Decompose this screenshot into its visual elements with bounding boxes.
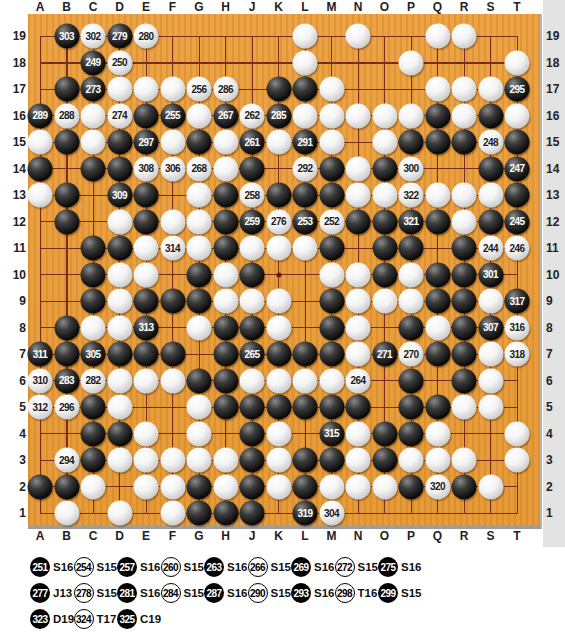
white-stone [293, 236, 318, 261]
caption-entry: 281S16 [117, 583, 161, 603]
caption-entry: 266S15 [248, 557, 292, 577]
column-label-top: A [36, 0, 45, 14]
white-stone [213, 156, 238, 181]
white-stone [240, 368, 265, 393]
row-label-left: 1 [6, 506, 26, 520]
move-number: 279 [112, 31, 127, 41]
move-number: 317 [509, 296, 524, 306]
white-stone-numbered: 268 [187, 156, 212, 181]
white-stone [187, 183, 212, 208]
black-stone [452, 262, 477, 287]
white-stone [213, 474, 238, 499]
white-stone [134, 236, 159, 261]
white-stone [81, 474, 106, 499]
column-label-bottom: B [62, 529, 71, 543]
black-stone-numbered: 273 [81, 77, 106, 102]
row-label-left: 15 [6, 135, 26, 149]
column-label-bottom: N [354, 529, 363, 543]
move-number: 261 [244, 137, 259, 147]
row-label-right: 14 [546, 162, 559, 176]
caption-point: S16 [140, 587, 160, 599]
black-stone [399, 130, 424, 155]
black-stone [213, 501, 238, 526]
column-label-top: C [89, 0, 98, 14]
black-stone [213, 368, 238, 393]
white-stone-numbered: 300 [399, 156, 424, 181]
black-stone [293, 77, 318, 102]
white-stone [266, 421, 291, 446]
black-stone [399, 368, 424, 393]
white-stone [213, 130, 238, 155]
black-stone [240, 421, 265, 446]
white-stone [107, 289, 132, 314]
white-stone [346, 342, 371, 367]
black-move-circle: 263 [204, 557, 224, 577]
black-stone [452, 342, 477, 367]
white-stone [319, 474, 344, 499]
move-number: 308 [138, 164, 153, 174]
move-number: 244 [483, 243, 498, 253]
white-stone [107, 395, 132, 420]
black-stone [187, 262, 212, 287]
white-stone [399, 289, 424, 314]
white-stone [134, 448, 159, 473]
black-stone [240, 448, 265, 473]
black-stone [81, 236, 106, 261]
black-stone [319, 315, 344, 340]
white-stone [81, 130, 106, 155]
move-number: 295 [509, 84, 524, 94]
black-stone [240, 262, 265, 287]
white-stone [28, 183, 53, 208]
black-stone [81, 156, 106, 181]
black-stone [452, 130, 477, 155]
white-stone [478, 77, 503, 102]
white-stone [81, 315, 106, 340]
black-stone-numbered: 261 [240, 130, 265, 155]
white-stone [160, 368, 185, 393]
black-stone [399, 315, 424, 340]
black-stone [240, 501, 265, 526]
black-stone-numbered: 311 [28, 342, 53, 367]
black-stone-numbered: 279 [107, 24, 132, 49]
row-label-right: 7 [546, 347, 553, 361]
white-stone-numbered: 276 [266, 209, 291, 234]
move-number: 264 [350, 376, 365, 386]
column-label-top: S [486, 0, 494, 14]
black-stone [452, 368, 477, 393]
row-label-right: 6 [546, 374, 553, 388]
white-stone [399, 262, 424, 287]
white-stone [505, 103, 530, 128]
row-label-right: 4 [546, 427, 553, 441]
black-stone-numbered: 317 [505, 289, 530, 314]
column-label-bottom: S [486, 529, 494, 543]
black-stone [134, 209, 159, 234]
move-number: 310 [32, 376, 47, 386]
white-stone [160, 77, 185, 102]
white-stone [107, 501, 132, 526]
white-stone [505, 50, 530, 75]
column-label-bottom: O [380, 529, 389, 543]
caption-entry: 277J13 [30, 583, 74, 603]
white-move-circle: 254 [74, 557, 94, 577]
white-stone [425, 77, 450, 102]
black-stone [81, 421, 106, 446]
white-stone-numbered: 322 [399, 183, 424, 208]
move-number: 253 [297, 217, 312, 227]
black-stone [134, 103, 159, 128]
move-number: 273 [85, 84, 100, 94]
white-stone-numbered: 320 [425, 474, 450, 499]
white-stone [107, 77, 132, 102]
black-stone [107, 130, 132, 155]
move-number: 247 [509, 164, 524, 174]
black-stone [505, 183, 530, 208]
row-label-right: 8 [546, 321, 553, 335]
column-label-bottom: E [142, 529, 150, 543]
move-number: 285 [271, 111, 286, 121]
white-stone [452, 395, 477, 420]
white-stone [505, 421, 530, 446]
white-move-circle: 278 [74, 583, 94, 603]
move-number: 250 [112, 58, 127, 68]
black-move-circle: 275 [378, 557, 398, 577]
white-stone [240, 236, 265, 261]
row-label-right: 15 [546, 135, 559, 149]
black-stone-numbered: 291 [293, 130, 318, 155]
white-stone [346, 183, 371, 208]
row-label-right: 2 [546, 480, 553, 494]
white-stone-numbered: 258 [240, 183, 265, 208]
move-number: 306 [165, 164, 180, 174]
caption-entry: 269S16 [291, 557, 335, 577]
white-stone [187, 236, 212, 261]
caption-entry: 254S15 [74, 557, 118, 577]
white-stone [319, 130, 344, 155]
black-stone-numbered: 309 [107, 183, 132, 208]
move-number: 270 [403, 349, 418, 359]
column-label-bottom: A [36, 529, 45, 543]
caption-point: S15 [184, 561, 204, 573]
white-stone [425, 315, 450, 340]
go-diagram: 3033022792802492502732562862952892882742… [0, 0, 565, 636]
caption-point: C19 [140, 613, 161, 625]
black-stone [478, 156, 503, 181]
white-stone [452, 103, 477, 128]
white-stone-numbered: 282 [81, 368, 106, 393]
move-number: 265 [244, 349, 259, 359]
black-stone [346, 395, 371, 420]
column-label-bottom: H [221, 529, 230, 543]
black-stone [319, 183, 344, 208]
white-stone [425, 421, 450, 446]
white-stone [134, 474, 159, 499]
white-stone [266, 236, 291, 261]
black-stone [213, 342, 238, 367]
caption-point: S16 [227, 587, 247, 599]
black-move-circle: 299 [378, 583, 398, 603]
caption-point: S16 [140, 561, 160, 573]
white-stone [107, 448, 132, 473]
move-number: 262 [244, 111, 259, 121]
white-stone [452, 77, 477, 102]
caption-point: T17 [97, 613, 117, 625]
move-number: 245 [509, 217, 524, 227]
column-label-top: H [221, 0, 230, 14]
white-stone [187, 315, 212, 340]
black-stone [213, 315, 238, 340]
move-number: 300 [403, 164, 418, 174]
black-stone [452, 236, 477, 261]
caption-entry: 293S16 [291, 583, 335, 603]
move-number: 259 [244, 217, 259, 227]
move-number: 268 [191, 164, 206, 174]
white-stone-numbered: 250 [107, 50, 132, 75]
column-label-bottom: T [513, 529, 520, 543]
black-stone [213, 209, 238, 234]
move-number: 248 [483, 137, 498, 147]
row-label-left: 8 [6, 321, 26, 335]
black-stone [266, 342, 291, 367]
white-stone [319, 77, 344, 102]
black-stone [293, 448, 318, 473]
row-label-right: 13 [546, 188, 559, 202]
black-stone [28, 156, 53, 181]
white-stone [346, 448, 371, 473]
move-number: 307 [483, 323, 498, 333]
move-number: 315 [324, 429, 339, 439]
black-stone [266, 183, 291, 208]
white-stone-numbered: 294 [54, 448, 79, 473]
black-stone [107, 156, 132, 181]
column-label-bottom: M [327, 529, 337, 543]
black-stone [160, 342, 185, 367]
move-number: 288 [59, 111, 74, 121]
black-stone [213, 183, 238, 208]
white-stone [452, 448, 477, 473]
white-stone [160, 501, 185, 526]
white-stone [160, 130, 185, 155]
white-move-circle: 290 [248, 583, 268, 603]
move-number: 286 [218, 84, 233, 94]
white-stone [372, 289, 397, 314]
column-label-top: L [301, 0, 308, 14]
caption-point: T16 [358, 587, 378, 599]
white-stone [319, 262, 344, 287]
caption-row: 277J13278S15281S16284S15287S16290S15293S… [30, 580, 550, 606]
white-stone [187, 103, 212, 128]
white-stone [478, 183, 503, 208]
white-stone [346, 156, 371, 181]
black-stone-numbered: 259 [240, 209, 265, 234]
black-stone [452, 289, 477, 314]
white-stone-numbered: 286 [213, 77, 238, 102]
move-number: 316 [509, 323, 524, 333]
black-stone [425, 103, 450, 128]
white-stone [478, 289, 503, 314]
white-stone [372, 103, 397, 128]
row-label-left: 9 [6, 294, 26, 308]
caption-point: J13 [53, 587, 72, 599]
black-stone [54, 209, 79, 234]
white-move-circle: 298 [335, 583, 355, 603]
column-label-bottom: K [274, 529, 283, 543]
black-stone-numbered: 303 [54, 24, 79, 49]
black-stone [425, 342, 450, 367]
move-number: 304 [324, 508, 339, 518]
caption-point: S15 [271, 561, 291, 573]
caption-entry: 299S15 [378, 583, 422, 603]
black-stone [372, 448, 397, 473]
row-label-left: 4 [6, 427, 26, 441]
black-stone [372, 209, 397, 234]
white-stone [372, 130, 397, 155]
white-stone [346, 289, 371, 314]
move-number: 320 [430, 482, 445, 492]
row-label-left: 16 [6, 109, 26, 123]
white-stone-numbered: 292 [293, 156, 318, 181]
move-number: 271 [377, 349, 392, 359]
black-stone [81, 395, 106, 420]
white-stone [346, 474, 371, 499]
column-label-top: F [169, 0, 176, 14]
white-stone [478, 368, 503, 393]
white-stone [478, 342, 503, 367]
caption-point: S16 [227, 561, 247, 573]
column-label-bottom: L [301, 529, 308, 543]
black-stone [505, 130, 530, 155]
black-stone [372, 236, 397, 261]
white-stone [187, 421, 212, 446]
caption-row: 251S16254S15257S16260S15263S16266S15269S… [30, 554, 550, 580]
white-stone [107, 368, 132, 393]
white-stone [213, 289, 238, 314]
column-label-top: J [249, 0, 256, 14]
black-stone [107, 342, 132, 367]
caption-point: D19 [53, 613, 74, 625]
white-stone-numbered: 302 [81, 24, 106, 49]
move-number: 252 [324, 217, 339, 227]
move-number: 280 [138, 31, 153, 41]
caption-entry: 287S16 [204, 583, 248, 603]
black-stone [319, 448, 344, 473]
white-stone [372, 183, 397, 208]
black-stone [213, 395, 238, 420]
white-stone [478, 474, 503, 499]
column-label-top: T [513, 0, 520, 14]
caption-point: S16 [314, 587, 334, 599]
black-stone-numbered: 267 [213, 103, 238, 128]
caption-entry: 278S15 [74, 583, 118, 603]
go-board: 3033022792802492502732562862952892882742… [28, 14, 542, 529]
black-stone [346, 209, 371, 234]
white-move-circle: 272 [335, 557, 355, 577]
move-number: 301 [483, 270, 498, 280]
black-stone [478, 209, 503, 234]
black-stone [293, 474, 318, 499]
white-stone [319, 368, 344, 393]
white-stone [187, 395, 212, 420]
black-stone [478, 103, 503, 128]
white-stone-numbered: 318 [505, 342, 530, 367]
white-move-circle: 260 [161, 557, 181, 577]
row-label-right: 18 [546, 56, 559, 70]
black-stone [240, 315, 265, 340]
black-stone [240, 474, 265, 499]
caption-point: S15 [184, 587, 204, 599]
white-stone [346, 103, 371, 128]
row-label-right: 10 [546, 268, 559, 282]
black-stone-numbered: 247 [505, 156, 530, 181]
white-stone [425, 448, 450, 473]
move-number: 283 [59, 376, 74, 386]
black-stone-numbered: 265 [240, 342, 265, 367]
black-stone-numbered: 313 [134, 315, 159, 340]
caption-entry: 298T16 [335, 583, 379, 603]
black-move-circle: 293 [291, 583, 311, 603]
white-stone [266, 474, 291, 499]
caption-point: S16 [401, 561, 421, 573]
black-stone-numbered: 295 [505, 77, 530, 102]
black-move-circle: 323 [30, 609, 50, 629]
white-stone [266, 130, 291, 155]
black-stone [160, 289, 185, 314]
white-stone [319, 103, 344, 128]
white-stone [213, 262, 238, 287]
move-number: 303 [59, 31, 74, 41]
black-stone-numbered: 283 [54, 368, 79, 393]
white-move-circle: 266 [248, 557, 268, 577]
white-stone [452, 183, 477, 208]
white-move-circle: 284 [161, 583, 181, 603]
caption-row: 323D19324T17325C19 [30, 606, 550, 632]
column-label-top: G [194, 0, 203, 14]
row-label-left: 6 [6, 374, 26, 388]
white-stone [107, 262, 132, 287]
white-stone-numbered: 256 [187, 77, 212, 102]
column-label-bottom: G [194, 529, 203, 543]
white-stone-numbered: 310 [28, 368, 53, 393]
black-stone [54, 315, 79, 340]
move-number: 274 [112, 111, 127, 121]
white-stone [107, 209, 132, 234]
white-stone-numbered: 296 [54, 395, 79, 420]
row-label-right: 1 [546, 506, 553, 520]
column-label-bottom: F [169, 529, 176, 543]
black-stone [319, 395, 344, 420]
black-stone [240, 395, 265, 420]
white-stone [293, 103, 318, 128]
black-stone [372, 421, 397, 446]
white-stone-numbered: 248 [478, 130, 503, 155]
column-label-top: M [327, 0, 337, 14]
black-stone [54, 474, 79, 499]
row-label-left: 13 [6, 188, 26, 202]
black-move-circle: 269 [291, 557, 311, 577]
white-stone [213, 448, 238, 473]
black-stone [452, 474, 477, 499]
white-stone [134, 368, 159, 393]
white-stone-numbered: 274 [107, 103, 132, 128]
white-stone-numbered: 244 [478, 236, 503, 261]
black-move-circle: 277 [30, 583, 50, 603]
white-stone [478, 395, 503, 420]
black-stone [187, 368, 212, 393]
move-number: 282 [85, 376, 100, 386]
move-number: 256 [191, 84, 206, 94]
black-stone-numbered: 271 [372, 342, 397, 367]
